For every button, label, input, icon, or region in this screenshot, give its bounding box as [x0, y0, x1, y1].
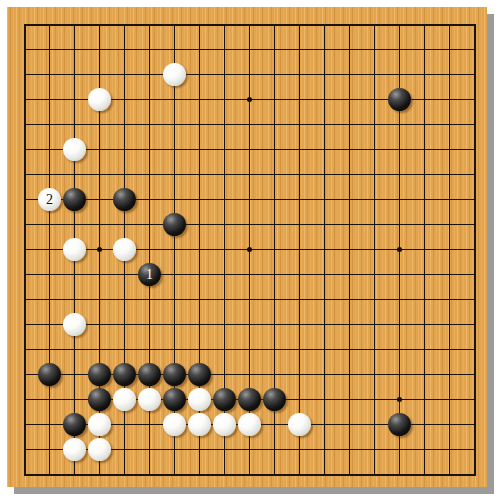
stone-white[interactable] — [63, 138, 86, 161]
stone-black[interactable] — [388, 88, 411, 111]
stone-black[interactable] — [213, 388, 236, 411]
stone-black[interactable] — [88, 363, 111, 386]
stone-white[interactable] — [63, 438, 86, 461]
stone-white[interactable] — [63, 238, 86, 261]
star-point — [397, 247, 402, 252]
stone-white[interactable] — [88, 413, 111, 436]
stone-black[interactable] — [188, 363, 211, 386]
stone-black[interactable] — [163, 363, 186, 386]
stone-black[interactable] — [63, 188, 86, 211]
stone-white[interactable] — [88, 438, 111, 461]
stone-black[interactable] — [163, 388, 186, 411]
stone-black[interactable] — [238, 388, 261, 411]
move-number-label: 1 — [146, 268, 153, 282]
stone-white[interactable] — [63, 313, 86, 336]
stone-white[interactable] — [113, 388, 136, 411]
stone-black[interactable] — [263, 388, 286, 411]
stone-black[interactable] — [38, 363, 61, 386]
stone-black[interactable] — [163, 213, 186, 236]
star-point — [397, 397, 402, 402]
stone-white[interactable] — [138, 388, 161, 411]
stone-white[interactable] — [163, 63, 186, 86]
go-diagram: 21 — [0, 0, 500, 500]
stone-black[interactable] — [138, 363, 161, 386]
move-number-label: 2 — [46, 193, 53, 207]
star-point — [247, 247, 252, 252]
stone-white[interactable] — [188, 413, 211, 436]
stone-white[interactable] — [188, 388, 211, 411]
stone-black[interactable] — [63, 413, 86, 436]
stone-black[interactable] — [388, 413, 411, 436]
stone-black[interactable] — [88, 388, 111, 411]
go-board[interactable]: 21 — [7, 7, 487, 487]
stone-black[interactable] — [113, 363, 136, 386]
stone-white[interactable] — [88, 88, 111, 111]
stone-white[interactable] — [163, 413, 186, 436]
stone-white[interactable] — [288, 413, 311, 436]
stone-black[interactable]: 1 — [138, 263, 161, 286]
star-point — [97, 247, 102, 252]
star-point — [247, 97, 252, 102]
stone-white[interactable] — [238, 413, 261, 436]
stone-white[interactable] — [113, 238, 136, 261]
stone-white[interactable] — [213, 413, 236, 436]
stone-white[interactable]: 2 — [38, 188, 61, 211]
stone-black[interactable] — [113, 188, 136, 211]
